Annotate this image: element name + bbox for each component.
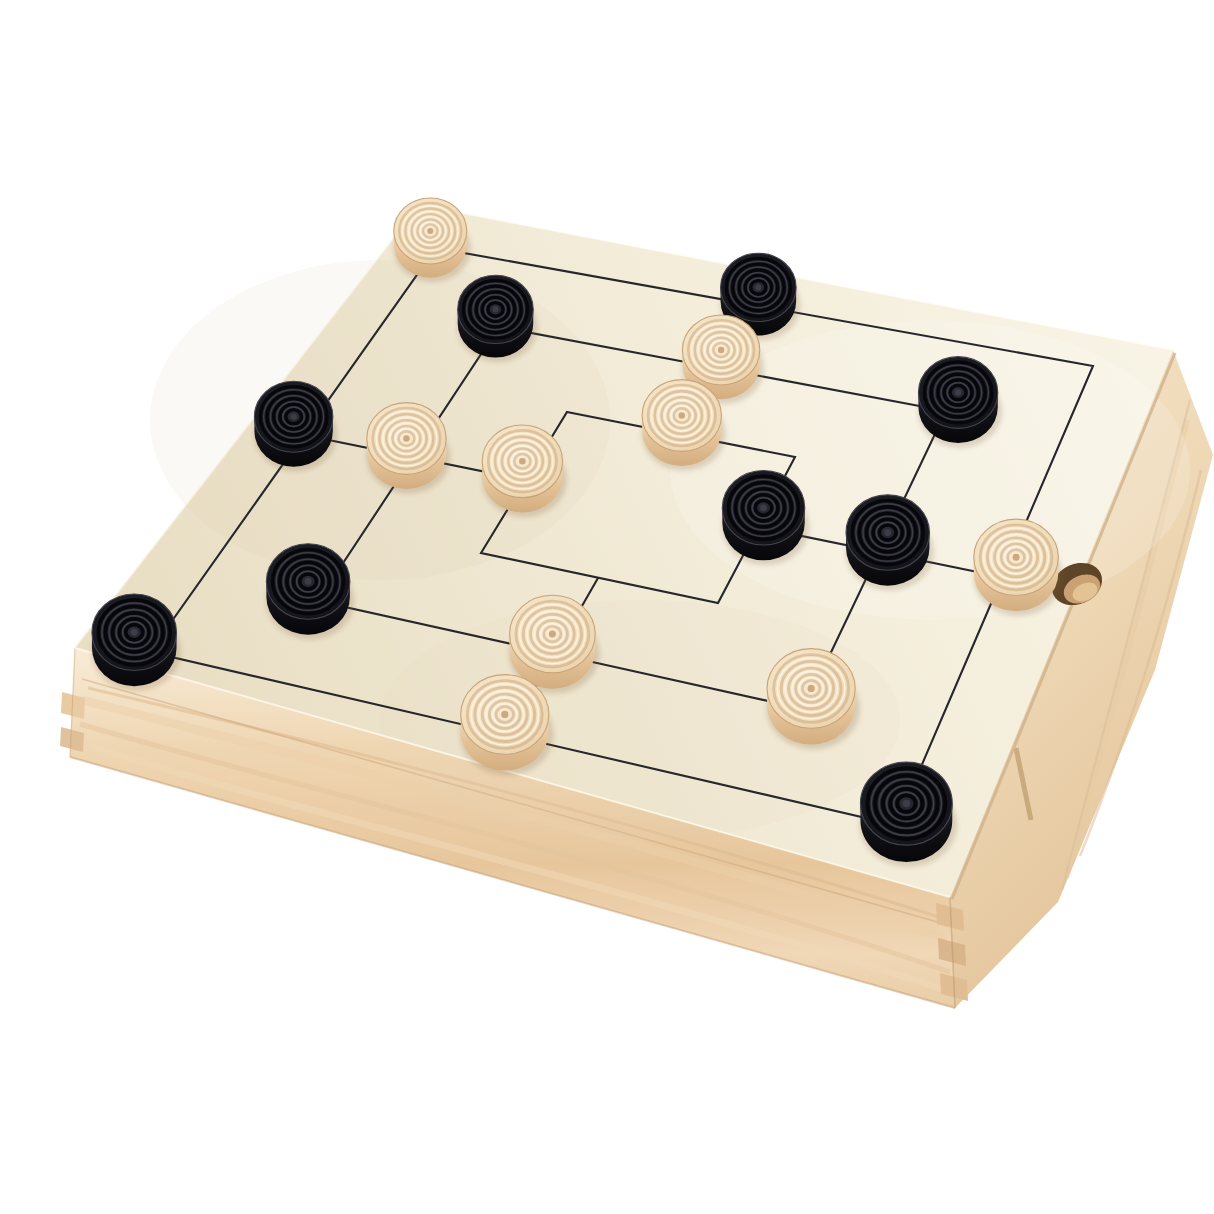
ring-center-dot: [492, 306, 498, 312]
ring-center-dot: [131, 629, 138, 636]
ring-center-dot: [955, 389, 962, 396]
piece-black-f6[interactable]: [918, 357, 1002, 448]
ring-center-dot: [549, 631, 556, 638]
ring-center-dot: [519, 458, 526, 465]
ring-center-dot: [403, 435, 410, 442]
piece-black-f4[interactable]: [846, 495, 934, 591]
piece-white-d5[interactable]: [642, 380, 726, 471]
empty-point-e3[interactable]: [699, 584, 736, 621]
ring-center-dot: [290, 414, 296, 420]
ring-center-dot: [718, 347, 724, 353]
scene-svg: [0, 0, 1214, 1214]
ring-center-dot: [679, 412, 686, 419]
piece-black-a4[interactable]: [254, 381, 337, 471]
empty-point-d3[interactable]: [580, 560, 617, 597]
ring-center-dot: [427, 228, 433, 234]
piece-white-d1[interactable]: [460, 675, 553, 776]
ring-center-dot: [760, 504, 767, 511]
ring-center-dot: [903, 800, 911, 808]
ring-center-dot: [501, 711, 508, 718]
empty-point-c3[interactable]: [463, 535, 499, 571]
empty-point-g7[interactable]: [1076, 349, 1110, 383]
empty-point-c5[interactable]: [550, 395, 584, 429]
piece-white-g4[interactable]: [973, 519, 1063, 616]
ring-center-dot: [884, 529, 891, 536]
piece-black-e4[interactable]: [722, 471, 809, 566]
product-photo: [0, 0, 1214, 1214]
ring-center-dot: [808, 685, 815, 692]
ring-center-dot: [305, 578, 312, 585]
piece-black-b2[interactable]: [266, 544, 355, 640]
ring-center-dot: [1013, 554, 1020, 561]
piece-black-g1[interactable]: [860, 762, 957, 867]
piece-white-a7[interactable]: [394, 198, 471, 282]
piece-white-b4[interactable]: [366, 403, 450, 494]
piece-white-c4[interactable]: [482, 425, 567, 517]
ring-center-dot: [755, 284, 761, 290]
empty-point-e5[interactable]: [777, 439, 812, 474]
piece-black-a1[interactable]: [91, 594, 181, 691]
piece-black-b6[interactable]: [457, 275, 537, 362]
piece-white-f2[interactable]: [766, 649, 859, 750]
